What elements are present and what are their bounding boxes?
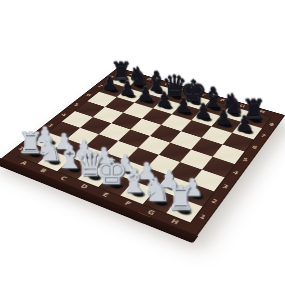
board-grid: ♜♞♝♛♚♝♞♜♟♟♟♟♟♟♟♟♟♟♟♟♟♟♟♟♜♞♝♛♚♝♞♜ xyxy=(18,74,270,222)
square-f5[interactable] xyxy=(170,131,201,149)
piece-white-rook-h1[interactable]: ♜ xyxy=(156,183,203,216)
scene: ABCDEFGH ABCDEFGH 87654321 87654321 ♜♞♝♛… xyxy=(0,0,285,285)
chess-board: ABCDEFGH ABCDEFGH 87654321 87654321 ♜♞♝♛… xyxy=(0,67,285,236)
product-photo: ABCDEFGH ABCDEFGH 87654321 87654321 ♜♞♝♛… xyxy=(0,0,285,285)
piece-black-pawn-h7[interactable]: ♟ xyxy=(224,114,264,135)
metal-hinge-clasp xyxy=(70,189,80,195)
